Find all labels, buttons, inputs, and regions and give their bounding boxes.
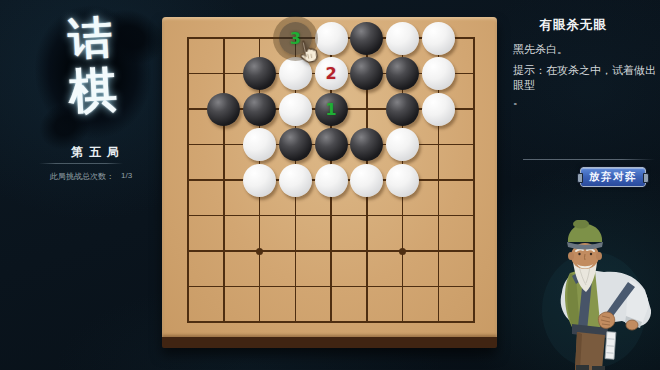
attempts-value: 1/3 [121,171,132,182]
puzzle-title: 有眼杀无眼 [513,17,633,34]
hint-line-2: 。 [513,94,524,106]
logo-char-qi: 棋 [56,62,131,118]
stone-white [386,164,419,197]
stone-black [386,93,419,126]
stone-white [422,22,455,55]
stone-white [422,57,455,90]
stone-white [243,128,276,161]
game-logo-calligraphy: 诘 棋 [53,12,131,136]
star-point [256,248,263,255]
stone-black [350,22,383,55]
puzzle-hint: 提示：在攻杀之中，试着做出眼型 。 [513,63,660,108]
stone-black [207,93,240,126]
left-panel-divider [39,163,123,164]
logo-char-jie: 诘 [53,12,127,64]
stone-black [386,57,419,90]
go-board[interactable]: 213 [162,17,497,348]
stone-black [279,128,312,161]
attempts-label: 此局挑战总次数： [50,171,114,182]
hint-line-1: 提示：在攻杀之中，试着做出眼型 [513,64,656,91]
stone-white [243,164,276,197]
move-number-label: 1 [315,93,348,126]
stone-black [350,57,383,90]
stone-black [243,93,276,126]
round-label: 第五局 [36,144,154,161]
game-screen: 诘 棋 第五局 此局挑战总次数： 1/3 213 有眼杀无眼 黑先杀白。 提示：… [0,0,660,370]
stone-white [386,22,419,55]
give-up-button[interactable]: 放弃对弈 [580,167,646,187]
stone-black [243,57,276,90]
stone-white [279,164,312,197]
stone-white [315,22,348,55]
attempts-counter: 此局挑战总次数： 1/3 [50,171,160,182]
stone-black [350,128,383,161]
puzzle-task: 黑先杀白。 [513,42,568,57]
stone-white [386,128,419,161]
right-panel-divider [523,159,655,160]
stone-black [315,128,348,161]
stone-white [350,164,383,197]
stone-white [422,93,455,126]
stone-black: 1 [315,93,348,126]
stone-white [315,164,348,197]
star-point [399,248,406,255]
old-man-character [542,220,660,370]
stone-white [279,93,312,126]
